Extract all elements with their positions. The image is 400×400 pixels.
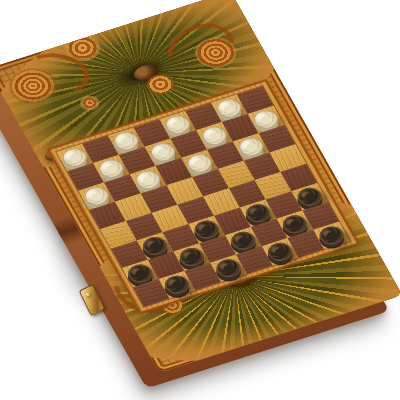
pine-cone bbox=[130, 61, 162, 83]
photo-backdrop: ●●●●●●●●●●●●●●●●●●●●●●●● bbox=[0, 0, 400, 400]
checker-dark[interactable]: ● bbox=[316, 224, 347, 248]
